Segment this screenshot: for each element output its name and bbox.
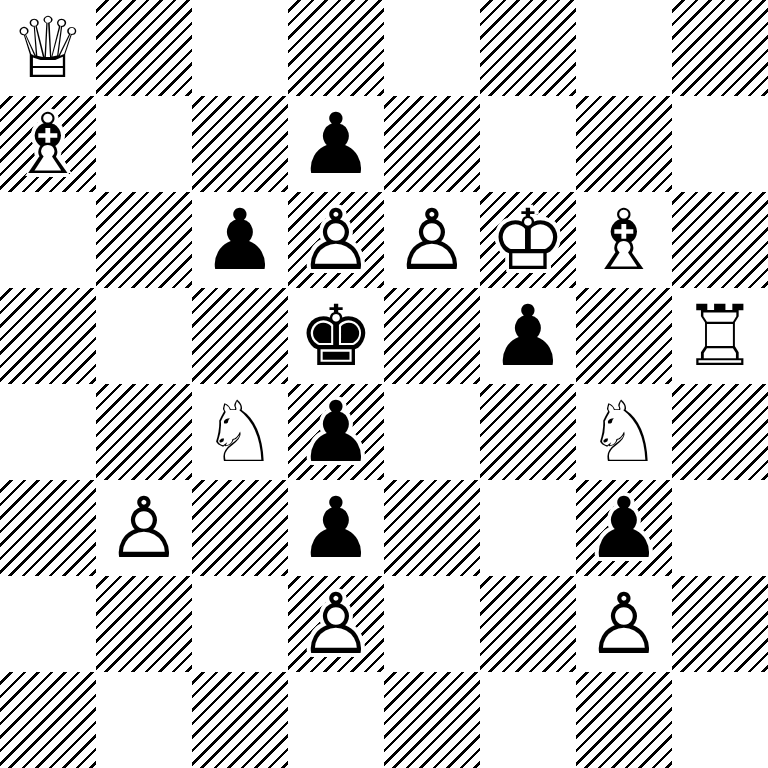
square-a4[interactable]: [0, 384, 96, 480]
square-b5[interactable]: [96, 288, 192, 384]
chess-board: ♛♕♝♗♟♟♟♟♟♙♟♙♚♔♝♗♚♚♟♟♜♖♞♘♟♟♞♘♟♙♟♟♟♟♟♙♟♙: [0, 0, 768, 768]
square-g5[interactable]: [576, 288, 672, 384]
square-e5[interactable]: [384, 288, 480, 384]
square-b3[interactable]: ♟♙: [96, 480, 192, 576]
square-f7[interactable]: [480, 96, 576, 192]
square-d3[interactable]: ♟♟: [288, 480, 384, 576]
black-king-icon: ♚: [288, 288, 384, 384]
square-h7[interactable]: [672, 96, 768, 192]
square-c4[interactable]: ♞♘: [192, 384, 288, 480]
square-g7[interactable]: [576, 96, 672, 192]
square-e8[interactable]: [384, 0, 480, 96]
piece-white-pawn[interactable]: ♟♙: [384, 192, 480, 288]
black-pawn-icon: ♟: [288, 480, 384, 576]
square-h3[interactable]: [672, 480, 768, 576]
piece-white-knight[interactable]: ♞♘: [192, 384, 288, 480]
square-a3[interactable]: [0, 480, 96, 576]
white-pawn-icon: ♙: [288, 192, 384, 288]
square-h4[interactable]: [672, 384, 768, 480]
square-d1[interactable]: [288, 672, 384, 768]
square-a5[interactable]: [0, 288, 96, 384]
square-b1[interactable]: [96, 672, 192, 768]
white-pawn-icon: ♙: [576, 576, 672, 672]
square-e4[interactable]: [384, 384, 480, 480]
square-b2[interactable]: [96, 576, 192, 672]
square-f4[interactable]: [480, 384, 576, 480]
square-g1[interactable]: [576, 672, 672, 768]
square-e1[interactable]: [384, 672, 480, 768]
square-b7[interactable]: [96, 96, 192, 192]
piece-white-knight[interactable]: ♞♘: [576, 384, 672, 480]
square-e6[interactable]: ♟♙: [384, 192, 480, 288]
square-c8[interactable]: [192, 0, 288, 96]
piece-white-pawn[interactable]: ♟♙: [96, 480, 192, 576]
square-c3[interactable]: [192, 480, 288, 576]
white-king-icon: ♔: [480, 192, 576, 288]
piece-white-rook[interactable]: ♜♖: [672, 288, 768, 384]
square-e2[interactable]: [384, 576, 480, 672]
square-e3[interactable]: [384, 480, 480, 576]
black-pawn-icon: ♟: [288, 96, 384, 192]
square-g8[interactable]: [576, 0, 672, 96]
piece-white-bishop[interactable]: ♝♗: [576, 192, 672, 288]
square-a8[interactable]: ♛♕: [0, 0, 96, 96]
square-h1[interactable]: [672, 672, 768, 768]
square-g2[interactable]: ♟♙: [576, 576, 672, 672]
square-b6[interactable]: [96, 192, 192, 288]
square-c6[interactable]: ♟♟: [192, 192, 288, 288]
piece-white-queen[interactable]: ♛♕: [0, 0, 96, 96]
square-f8[interactable]: [480, 0, 576, 96]
white-pawn-icon: ♙: [384, 192, 480, 288]
piece-black-pawn[interactable]: ♟♟: [480, 288, 576, 384]
piece-white-pawn[interactable]: ♟♙: [288, 576, 384, 672]
square-a2[interactable]: [0, 576, 96, 672]
square-d2[interactable]: ♟♙: [288, 576, 384, 672]
piece-black-pawn[interactable]: ♟♟: [192, 192, 288, 288]
square-g3[interactable]: ♟♟: [576, 480, 672, 576]
black-pawn-icon: ♟: [288, 384, 384, 480]
black-pawn-icon: ♟: [480, 288, 576, 384]
piece-black-pawn[interactable]: ♟♟: [288, 480, 384, 576]
square-g4[interactable]: ♞♘: [576, 384, 672, 480]
black-pawn-icon: ♟: [576, 480, 672, 576]
square-a1[interactable]: [0, 672, 96, 768]
white-knight-icon: ♘: [192, 384, 288, 480]
square-d8[interactable]: [288, 0, 384, 96]
square-f1[interactable]: [480, 672, 576, 768]
piece-white-pawn[interactable]: ♟♙: [576, 576, 672, 672]
square-f3[interactable]: [480, 480, 576, 576]
square-c1[interactable]: [192, 672, 288, 768]
square-a6[interactable]: [0, 192, 96, 288]
piece-black-pawn[interactable]: ♟♟: [288, 96, 384, 192]
square-c5[interactable]: [192, 288, 288, 384]
square-e7[interactable]: [384, 96, 480, 192]
square-d4[interactable]: ♟♟: [288, 384, 384, 480]
white-bishop-icon: ♗: [576, 192, 672, 288]
square-d7[interactable]: ♟♟: [288, 96, 384, 192]
square-g6[interactable]: ♝♗: [576, 192, 672, 288]
square-a7[interactable]: ♝♗: [0, 96, 96, 192]
white-bishop-icon: ♗: [0, 96, 96, 192]
piece-white-king[interactable]: ♚♔: [480, 192, 576, 288]
black-pawn-icon: ♟: [192, 192, 288, 288]
piece-black-pawn[interactable]: ♟♟: [576, 480, 672, 576]
white-rook-icon: ♖: [672, 288, 768, 384]
square-d5[interactable]: ♚♚: [288, 288, 384, 384]
white-pawn-icon: ♙: [288, 576, 384, 672]
square-f6[interactable]: ♚♔: [480, 192, 576, 288]
square-c2[interactable]: [192, 576, 288, 672]
square-f5[interactable]: ♟♟: [480, 288, 576, 384]
white-queen-icon: ♕: [0, 0, 96, 96]
piece-black-king[interactable]: ♚♚: [288, 288, 384, 384]
piece-white-bishop[interactable]: ♝♗: [0, 96, 96, 192]
square-d6[interactable]: ♟♙: [288, 192, 384, 288]
square-b8[interactable]: [96, 0, 192, 96]
square-h5[interactable]: ♜♖: [672, 288, 768, 384]
piece-black-pawn[interactable]: ♟♟: [288, 384, 384, 480]
square-h6[interactable]: [672, 192, 768, 288]
square-h2[interactable]: [672, 576, 768, 672]
square-c7[interactable]: [192, 96, 288, 192]
piece-white-pawn[interactable]: ♟♙: [288, 192, 384, 288]
white-pawn-icon: ♙: [96, 480, 192, 576]
square-h8[interactable]: [672, 0, 768, 96]
white-knight-icon: ♘: [576, 384, 672, 480]
square-b4[interactable]: [96, 384, 192, 480]
square-f2[interactable]: [480, 576, 576, 672]
